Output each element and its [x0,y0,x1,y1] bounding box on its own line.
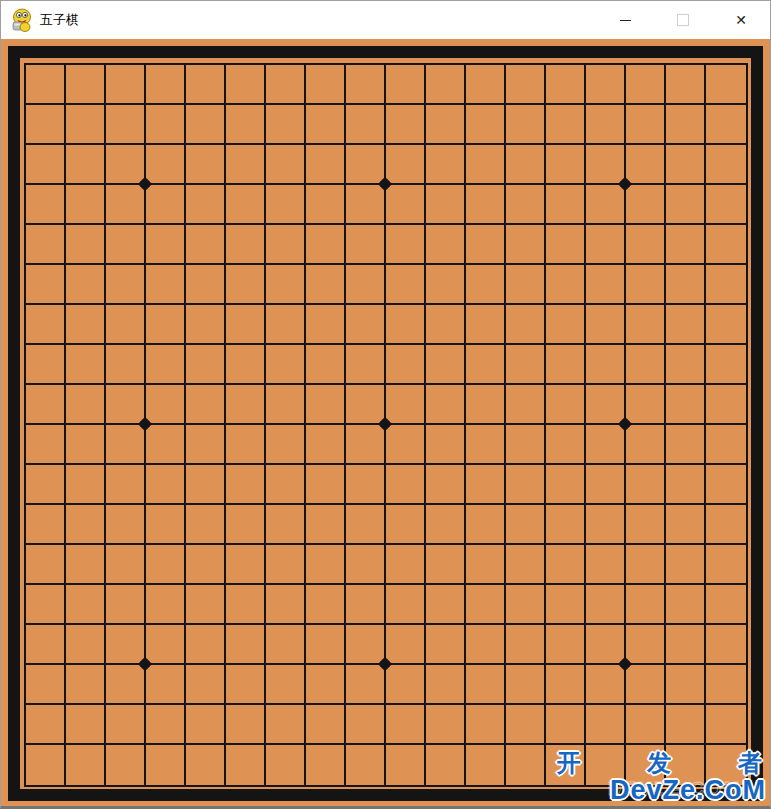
board-cell[interactable] [426,185,466,225]
board-cell[interactable] [386,465,426,505]
board-cell[interactable] [26,465,66,505]
board-cell[interactable] [306,105,346,145]
board-cell[interactable] [586,65,626,105]
board-cell[interactable] [106,65,146,105]
board-cell[interactable] [226,745,266,785]
board-cell[interactable] [186,705,226,745]
board-cell[interactable] [186,425,226,465]
board-cell[interactable] [226,105,266,145]
board-cell[interactable] [186,145,226,185]
board-cell[interactable] [226,265,266,305]
board-cell[interactable] [706,465,746,505]
board-cell[interactable] [346,505,386,545]
board-cell[interactable] [346,425,386,465]
board-cell[interactable] [186,745,226,785]
board-cell[interactable] [346,465,386,505]
board-cell[interactable] [506,185,546,225]
board-cell[interactable] [26,185,66,225]
board-cell[interactable] [346,65,386,105]
board-cell[interactable] [586,625,626,665]
maximize-button[interactable] [654,1,712,39]
board-cell[interactable] [586,385,626,425]
board-cell[interactable] [106,625,146,665]
board-cell[interactable] [546,145,586,185]
board-cell[interactable] [546,425,586,465]
board-cell[interactable] [506,665,546,705]
board-cell[interactable] [306,145,346,185]
board-cell[interactable] [346,225,386,265]
board-cell[interactable] [626,625,666,665]
board-cell[interactable] [346,665,386,705]
board-cell[interactable] [26,65,66,105]
board-cell[interactable] [386,145,426,185]
board-cell[interactable] [306,185,346,225]
board-cell[interactable] [306,745,346,785]
board-cell[interactable] [266,105,306,145]
board-cell[interactable] [186,625,226,665]
board-cell[interactable] [386,345,426,385]
board-cell[interactable] [626,585,666,625]
board-cell[interactable] [186,545,226,585]
board-cell[interactable] [186,305,226,345]
board-cell[interactable] [546,105,586,145]
board-cell[interactable] [546,265,586,305]
board-cell[interactable] [66,745,106,785]
board-cell[interactable] [506,105,546,145]
board-cell[interactable] [706,585,746,625]
board-cell[interactable] [106,545,146,585]
board-cell[interactable] [546,545,586,585]
board-cell[interactable] [306,385,346,425]
board-cell[interactable] [706,545,746,585]
board-cell[interactable] [506,145,546,185]
board-cell[interactable] [506,345,546,385]
board-cell[interactable] [626,65,666,105]
board-cell[interactable] [666,225,706,265]
board-cell[interactable] [626,185,666,225]
board-cell[interactable] [426,145,466,185]
board-cell[interactable] [346,145,386,185]
board-cell[interactable] [706,65,746,105]
board-cell[interactable] [666,665,706,705]
board-cell[interactable] [146,185,186,225]
board-cell[interactable] [146,705,186,745]
board-cell[interactable] [666,745,706,785]
board-cell[interactable] [266,265,306,305]
board-cell[interactable] [626,465,666,505]
board-cell[interactable] [586,745,626,785]
board-cell[interactable] [706,625,746,665]
board-cell[interactable] [226,425,266,465]
board-cell[interactable] [626,225,666,265]
board-cell[interactable] [226,465,266,505]
board-cell[interactable] [386,545,426,585]
board-cell[interactable] [546,345,586,385]
board-cell[interactable] [386,185,426,225]
board-cell[interactable] [226,585,266,625]
board-cell[interactable] [226,305,266,345]
board-cell[interactable] [146,65,186,105]
board-cell[interactable] [706,265,746,305]
board-cell[interactable] [266,665,306,705]
board-cell[interactable] [706,185,746,225]
board-cell[interactable] [586,105,626,145]
board-cell[interactable] [26,105,66,145]
board-cell[interactable] [506,385,546,425]
board-cell[interactable] [386,505,426,545]
board-cell[interactable] [66,385,106,425]
board-cell[interactable] [26,505,66,545]
board-cell[interactable] [586,265,626,305]
board-cell[interactable] [546,665,586,705]
board-cell[interactable] [626,425,666,465]
board-cell[interactable] [426,425,466,465]
board-cell[interactable] [626,745,666,785]
board-cell[interactable] [66,585,106,625]
board-cell[interactable] [386,265,426,305]
board-cell[interactable] [626,145,666,185]
board-cell[interactable] [186,505,226,545]
board-cell[interactable] [506,545,546,585]
board-cell[interactable] [706,745,746,785]
board-cell[interactable] [466,185,506,225]
board-cell[interactable] [26,745,66,785]
board-cell[interactable] [226,65,266,105]
board-cell[interactable] [146,665,186,705]
board-cell[interactable] [626,545,666,585]
board-cell[interactable] [466,545,506,585]
board-cell[interactable] [666,385,706,425]
board-cell[interactable] [666,705,706,745]
board-cell[interactable] [106,585,146,625]
board-cell[interactable] [706,345,746,385]
board-cell[interactable] [186,385,226,425]
board-cell[interactable] [306,465,346,505]
board-cell[interactable] [546,185,586,225]
board-cell[interactable] [666,545,706,585]
board-cell[interactable] [226,185,266,225]
board-cell[interactable] [586,305,626,345]
board-cell[interactable] [26,385,66,425]
board-cell[interactable] [66,425,106,465]
board-cell[interactable] [626,665,666,705]
board-cell[interactable] [106,465,146,505]
board-cell[interactable] [226,505,266,545]
board-cell[interactable] [426,705,466,745]
board-cell[interactable] [666,185,706,225]
board-cell[interactable] [26,145,66,185]
board-cell[interactable] [546,65,586,105]
board-cell[interactable] [226,665,266,705]
board-cell[interactable] [506,585,546,625]
board-cell[interactable] [66,625,106,665]
board-cell[interactable] [306,265,346,305]
board-cell[interactable] [546,225,586,265]
board-cell[interactable] [146,585,186,625]
board-cell[interactable] [426,545,466,585]
board-cell[interactable] [586,145,626,185]
board-cell[interactable] [386,385,426,425]
board-cell[interactable] [346,585,386,625]
board-cell[interactable] [66,665,106,705]
board-cell[interactable] [146,105,186,145]
board-cell[interactable] [426,265,466,305]
board-cell[interactable] [546,305,586,345]
board-cell[interactable] [706,105,746,145]
board-cell[interactable] [546,745,586,785]
board-cell[interactable] [186,265,226,305]
board-cell[interactable] [266,625,306,665]
board-cell[interactable] [426,745,466,785]
board-cell[interactable] [426,505,466,545]
board-cell[interactable] [146,465,186,505]
board-cell[interactable] [266,425,306,465]
board-cell[interactable] [226,145,266,185]
board-cell[interactable] [266,345,306,385]
board-cell[interactable] [426,585,466,625]
board-cell[interactable] [146,505,186,545]
board-cell[interactable] [66,105,106,145]
board-cell[interactable] [546,625,586,665]
board-cell[interactable] [506,465,546,505]
board-cell[interactable] [306,545,346,585]
board-cell[interactable] [66,465,106,505]
board-cell[interactable] [466,145,506,185]
board-cell[interactable] [506,305,546,345]
board-cell[interactable] [346,705,386,745]
board-cell[interactable] [346,545,386,585]
board-cell[interactable] [466,265,506,305]
board-cell[interactable] [106,505,146,545]
board-cell[interactable] [466,505,506,545]
board-cell[interactable] [26,545,66,585]
board-cell[interactable] [66,545,106,585]
board-cell[interactable] [186,225,226,265]
board-cell[interactable] [586,585,626,625]
board-cell[interactable] [626,705,666,745]
board-cell[interactable] [266,305,306,345]
board-cell[interactable] [386,425,426,465]
minimize-button[interactable] [596,1,654,39]
board-cell[interactable] [466,425,506,465]
board-cell[interactable] [106,265,146,305]
board-cell[interactable] [186,465,226,505]
board-cell[interactable] [266,465,306,505]
board-cell[interactable] [66,225,106,265]
board-cell[interactable] [106,425,146,465]
board-cell[interactable] [346,625,386,665]
board-cell[interactable] [266,225,306,265]
board-cell[interactable] [26,425,66,465]
board-cell[interactable] [66,505,106,545]
board-cell[interactable] [346,265,386,305]
board-cell[interactable] [146,545,186,585]
board-cell[interactable] [306,585,346,625]
board-cell[interactable] [266,505,306,545]
board-cell[interactable] [426,305,466,345]
board-cell[interactable] [426,625,466,665]
board-cell[interactable] [66,185,106,225]
board-cell[interactable] [626,385,666,425]
board-cell[interactable] [426,465,466,505]
board-cell[interactable] [226,345,266,385]
board-cell[interactable] [506,505,546,545]
board-cell[interactable] [26,705,66,745]
board-cell[interactable] [66,705,106,745]
board-cell[interactable] [26,585,66,625]
board-cell[interactable] [466,345,506,385]
board-cell[interactable] [386,665,426,705]
board-cell[interactable] [106,665,146,705]
board-cell[interactable] [666,145,706,185]
board-cell[interactable] [666,505,706,545]
board-cell[interactable] [306,225,346,265]
board-cell[interactable] [226,225,266,265]
board-cell[interactable] [466,625,506,665]
board-cell[interactable] [586,545,626,585]
board-cell[interactable] [626,305,666,345]
board-cell[interactable] [186,665,226,705]
board-cell[interactable] [426,65,466,105]
board-canvas[interactable]: DEVZE.COM 开 发 者 DevZe.CoM [1,39,770,807]
board-cell[interactable] [586,665,626,705]
board-cell[interactable] [586,425,626,465]
board-cell[interactable] [706,505,746,545]
board-cell[interactable] [26,305,66,345]
board-cell[interactable] [706,145,746,185]
board-cell[interactable] [266,585,306,625]
board-cell[interactable] [506,425,546,465]
board-cell[interactable] [306,345,346,385]
board-cell[interactable] [666,625,706,665]
board-cell[interactable] [106,305,146,345]
board-cell[interactable] [626,105,666,145]
board-cell[interactable] [266,65,306,105]
board-cell[interactable] [306,505,346,545]
board-cell[interactable] [26,225,66,265]
board-cell[interactable] [426,105,466,145]
board-cell[interactable] [146,265,186,305]
board-cell[interactable] [426,225,466,265]
board-cell[interactable] [546,465,586,505]
board-cell[interactable] [386,585,426,625]
board-cell[interactable] [506,745,546,785]
board-cell[interactable] [346,345,386,385]
board-cell[interactable] [386,65,426,105]
board-cell[interactable] [146,385,186,425]
board-cell[interactable] [66,65,106,105]
board-cell[interactable] [706,305,746,345]
board-cell[interactable] [386,625,426,665]
board-cell[interactable] [26,345,66,385]
board-cell[interactable] [386,105,426,145]
board-cell[interactable] [466,105,506,145]
board-cell[interactable] [506,265,546,305]
board-cell[interactable] [106,225,146,265]
board-cell[interactable] [546,505,586,545]
board-cell[interactable] [466,385,506,425]
board-cell[interactable] [506,225,546,265]
board-cell[interactable] [266,545,306,585]
board-cell[interactable] [226,385,266,425]
board-cell[interactable] [386,305,426,345]
board-cell[interactable] [346,305,386,345]
board-cell[interactable] [106,345,146,385]
board-cell[interactable] [26,665,66,705]
board-cell[interactable] [266,705,306,745]
board-cell[interactable] [306,425,346,465]
board-cell[interactable] [146,425,186,465]
board-cell[interactable] [466,705,506,745]
board-cell[interactable] [306,65,346,105]
board-cell[interactable] [66,145,106,185]
board-cell[interactable] [586,225,626,265]
board-cell[interactable] [466,465,506,505]
board-cell[interactable] [146,145,186,185]
board-cell[interactable] [186,105,226,145]
board-cell[interactable] [666,585,706,625]
board-cell[interactable] [186,65,226,105]
board-cell[interactable] [306,665,346,705]
board-cell[interactable] [146,225,186,265]
close-button[interactable]: ✕ [712,1,770,39]
board-cell[interactable] [346,105,386,145]
board-cell[interactable] [306,625,346,665]
board-cell[interactable] [586,465,626,505]
board-cell[interactable] [666,425,706,465]
board-cell[interactable] [586,705,626,745]
board-cell[interactable] [106,145,146,185]
board-cell[interactable] [706,665,746,705]
board-cell[interactable] [146,345,186,385]
board-cell[interactable] [346,745,386,785]
board-cell[interactable] [226,625,266,665]
board-cell[interactable] [506,705,546,745]
board-cell[interactable] [466,225,506,265]
board-cell[interactable] [26,265,66,305]
board-cell[interactable] [666,345,706,385]
board-cell[interactable] [106,745,146,785]
board-cell[interactable] [266,385,306,425]
board-cell[interactable] [266,745,306,785]
board-cell[interactable] [226,545,266,585]
board-cell[interactable] [146,305,186,345]
board-cell[interactable] [106,185,146,225]
board-cell[interactable] [466,585,506,625]
board-cell[interactable] [626,505,666,545]
board-cell[interactable] [666,305,706,345]
board-cell[interactable] [346,185,386,225]
board-cell[interactable] [386,225,426,265]
board-cell[interactable] [186,345,226,385]
board-cell[interactable] [386,745,426,785]
board-cell[interactable] [426,345,466,385]
board-cell[interactable] [706,425,746,465]
board-cell[interactable] [626,265,666,305]
board-cell[interactable] [466,745,506,785]
board-cell[interactable] [586,185,626,225]
board-cell[interactable] [66,345,106,385]
board-cell[interactable] [146,745,186,785]
board-cell[interactable] [426,665,466,705]
board-grid[interactable] [24,63,748,787]
board-cell[interactable] [666,265,706,305]
board-cell[interactable] [226,705,266,745]
board-cell[interactable] [106,105,146,145]
board-cell[interactable] [546,705,586,745]
board-cell[interactable] [666,465,706,505]
board-cell[interactable] [466,665,506,705]
